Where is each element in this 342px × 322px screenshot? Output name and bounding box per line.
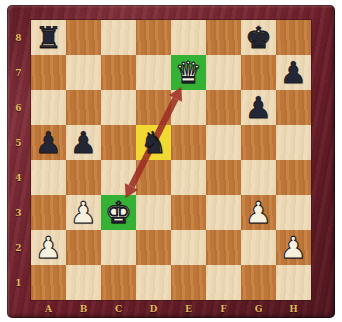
square-d4[interactable] — [136, 160, 171, 195]
square-f6[interactable] — [206, 90, 241, 125]
piece-black-pawn-a5[interactable]: ♟ — [35, 125, 62, 160]
chess-board: ♜♚♛♟♟♟♟♞♟♚♟♟♟ — [31, 20, 311, 300]
square-f5[interactable] — [206, 125, 241, 160]
square-b2[interactable] — [66, 230, 101, 265]
rank-label-6: 6 — [8, 90, 29, 125]
square-a4[interactable] — [31, 160, 66, 195]
rank-label-1: 1 — [8, 265, 29, 300]
rank-label-8: 8 — [8, 20, 29, 55]
square-h7[interactable]: ♟ — [276, 55, 311, 90]
rank-labels: 87654321 — [8, 20, 29, 300]
chess-diagram: ♜♚♛♟♟♟♟♞♟♚♟♟♟ 87654321 ABCDEFGH — [0, 0, 342, 322]
square-c4[interactable] — [101, 160, 136, 195]
square-c7[interactable] — [101, 55, 136, 90]
square-h6[interactable] — [276, 90, 311, 125]
file-label-f: F — [206, 300, 241, 317]
square-c6[interactable] — [101, 90, 136, 125]
piece-black-pawn-g6[interactable]: ♟ — [245, 90, 272, 125]
square-d6[interactable] — [136, 90, 171, 125]
square-b4[interactable] — [66, 160, 101, 195]
square-c1[interactable] — [101, 265, 136, 300]
square-e6[interactable] — [171, 90, 206, 125]
file-labels: ABCDEFGH — [31, 300, 311, 317]
rank-label-7: 7 — [8, 55, 29, 90]
file-label-h: H — [276, 300, 311, 317]
square-h3[interactable] — [276, 195, 311, 230]
rank-label-2: 2 — [8, 230, 29, 265]
square-h4[interactable] — [276, 160, 311, 195]
rank-label-5: 5 — [8, 125, 29, 160]
piece-white-pawn-b3[interactable]: ♟ — [70, 195, 97, 230]
square-a5[interactable]: ♟ — [31, 125, 66, 160]
square-b5[interactable]: ♟ — [66, 125, 101, 160]
square-f2[interactable] — [206, 230, 241, 265]
square-e1[interactable] — [171, 265, 206, 300]
piece-black-rook-a8[interactable]: ♜ — [35, 20, 62, 55]
square-h5[interactable] — [276, 125, 311, 160]
square-d8[interactable] — [136, 20, 171, 55]
square-e3[interactable] — [171, 195, 206, 230]
piece-white-pawn-g3[interactable]: ♟ — [245, 195, 272, 230]
piece-white-pawn-h2[interactable]: ♟ — [280, 230, 307, 265]
square-f4[interactable] — [206, 160, 241, 195]
square-g5[interactable] — [241, 125, 276, 160]
square-e7[interactable]: ♛ — [171, 55, 206, 90]
square-a6[interactable] — [31, 90, 66, 125]
file-label-d: D — [136, 300, 171, 317]
square-a1[interactable] — [31, 265, 66, 300]
rank-label-3: 3 — [8, 195, 29, 230]
square-b6[interactable] — [66, 90, 101, 125]
square-e2[interactable] — [171, 230, 206, 265]
piece-white-pawn-a2[interactable]: ♟ — [35, 230, 62, 265]
square-d7[interactable] — [136, 55, 171, 90]
square-a8[interactable]: ♜ — [31, 20, 66, 55]
square-g3[interactable]: ♟ — [241, 195, 276, 230]
piece-white-queen-e7[interactable]: ♛ — [175, 55, 202, 90]
square-h2[interactable]: ♟ — [276, 230, 311, 265]
square-f8[interactable] — [206, 20, 241, 55]
square-a7[interactable] — [31, 55, 66, 90]
square-e5[interactable] — [171, 125, 206, 160]
piece-black-pawn-b5[interactable]: ♟ — [70, 125, 97, 160]
square-f3[interactable] — [206, 195, 241, 230]
square-g6[interactable]: ♟ — [241, 90, 276, 125]
square-g8[interactable]: ♚ — [241, 20, 276, 55]
square-g4[interactable] — [241, 160, 276, 195]
file-label-c: C — [101, 300, 136, 317]
square-f1[interactable] — [206, 265, 241, 300]
piece-black-king-g8[interactable]: ♚ — [245, 20, 272, 55]
square-b1[interactable] — [66, 265, 101, 300]
square-b7[interactable] — [66, 55, 101, 90]
square-c8[interactable] — [101, 20, 136, 55]
square-a3[interactable] — [31, 195, 66, 230]
square-g7[interactable] — [241, 55, 276, 90]
piece-black-knight-d5[interactable]: ♞ — [140, 125, 167, 160]
square-c2[interactable] — [101, 230, 136, 265]
square-b8[interactable] — [66, 20, 101, 55]
file-label-b: B — [66, 300, 101, 317]
square-g2[interactable] — [241, 230, 276, 265]
square-a2[interactable]: ♟ — [31, 230, 66, 265]
square-h1[interactable] — [276, 265, 311, 300]
square-b3[interactable]: ♟ — [66, 195, 101, 230]
square-c3[interactable]: ♚ — [101, 195, 136, 230]
square-d2[interactable] — [136, 230, 171, 265]
square-h8[interactable] — [276, 20, 311, 55]
square-e8[interactable] — [171, 20, 206, 55]
square-g1[interactable] — [241, 265, 276, 300]
file-label-e: E — [171, 300, 206, 317]
piece-white-king-c3[interactable]: ♚ — [105, 195, 132, 230]
square-c5[interactable] — [101, 125, 136, 160]
file-label-a: A — [31, 300, 66, 317]
square-d1[interactable] — [136, 265, 171, 300]
piece-black-pawn-h7[interactable]: ♟ — [280, 55, 307, 90]
file-label-g: G — [241, 300, 276, 317]
rank-label-4: 4 — [8, 160, 29, 195]
square-f7[interactable] — [206, 55, 241, 90]
square-d5[interactable]: ♞ — [136, 125, 171, 160]
square-d3[interactable] — [136, 195, 171, 230]
square-e4[interactable] — [171, 160, 206, 195]
